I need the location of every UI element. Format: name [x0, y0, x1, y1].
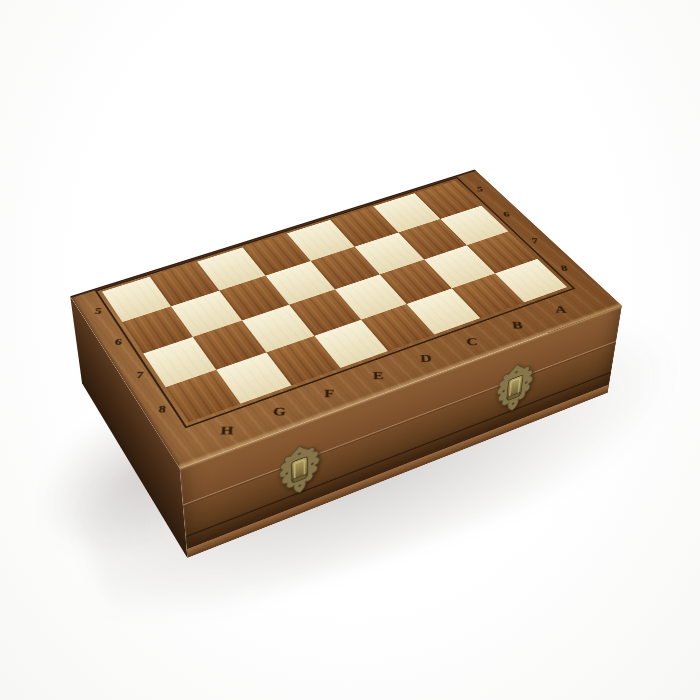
brass-clasp-icon: [493, 356, 537, 418]
square-h6: [122, 306, 193, 354]
rank-label-left-8: 8: [158, 404, 167, 416]
rank-label-right-7: 7: [531, 236, 539, 245]
folding-chess-box: HGFEDCBA 5678 5678: [70, 170, 622, 469]
file-label-b: B: [511, 320, 523, 331]
file-label-g: G: [272, 405, 285, 418]
file-label-e: E: [372, 370, 383, 382]
square-g8: [216, 352, 291, 403]
file-label-a: A: [554, 304, 567, 315]
square-d8: [361, 304, 435, 351]
file-label-d: D: [419, 353, 431, 365]
rank-label-right-5: 5: [476, 185, 483, 193]
brass-clasp-left: [277, 437, 321, 502]
file-label-h: H: [220, 424, 234, 437]
square-g7: [193, 321, 266, 370]
rank-label-left-7: 7: [135, 369, 143, 380]
brass-clasp-icon: [277, 437, 321, 502]
chess-box-photo: HGFEDCBA 5678 5678: [0, 0, 700, 700]
rank-label-left-5: 5: [94, 306, 102, 316]
square-e8: [314, 319, 388, 368]
file-label-f: F: [324, 387, 334, 399]
square-f7: [242, 305, 314, 352]
perspective-stage: HGFEDCBA 5678 5678: [0, 0, 700, 700]
rank-label-right-8: 8: [560, 264, 568, 274]
rank-label-left-6: 6: [114, 337, 122, 348]
square-h7: [143, 337, 216, 387]
rank-label-right-6: 6: [503, 210, 510, 219]
file-label-c: C: [465, 336, 478, 347]
brass-clasp-right: [493, 356, 537, 418]
square-f8: [266, 336, 340, 386]
square-h8: [165, 369, 240, 422]
